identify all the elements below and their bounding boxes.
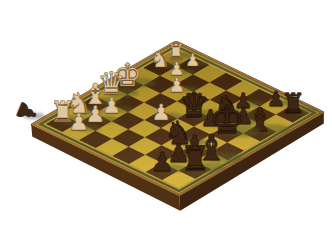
- black-bishop-f8[interactable]: ♝: [246, 104, 275, 137]
- black-rook-b8[interactable]: ♜: [180, 141, 210, 175]
- black-pawn-a7[interactable]: ♟: [150, 149, 174, 176]
- black-rook-h8[interactable]: ♜: [280, 90, 305, 118]
- white-pawn-h2[interactable]: ♟: [185, 52, 200, 69]
- white-pawn-a2[interactable]: ♟: [69, 112, 90, 135]
- white-knight-g1[interactable]: ♞: [150, 48, 170, 71]
- captured-black-pawn: ♟: [12, 98, 42, 127]
- chessboard-scene: ♜♞♝♛♚♞♜♟♟♟♟♟♟♟♜♝♝♜♚♛♞♞♟♟♟♟♟♟♟♟: [0, 0, 332, 250]
